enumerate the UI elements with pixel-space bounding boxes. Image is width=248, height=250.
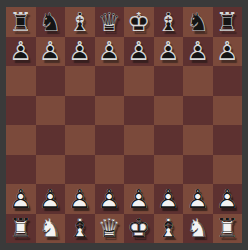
piece-outline-glyph: ♙ xyxy=(124,37,154,67)
square-e2[interactable]: ♟♙ xyxy=(124,184,154,214)
piece-white-rook[interactable]: ♜♖ xyxy=(6,214,36,244)
square-a1[interactable]: ♜♖ xyxy=(6,214,36,244)
piece-black-pawn[interactable]: ♟♙ xyxy=(6,37,36,67)
piece-outline-glyph: ♖ xyxy=(213,214,243,244)
square-f1[interactable]: ♝♗ xyxy=(154,214,184,244)
square-f6[interactable] xyxy=(154,66,184,96)
piece-outline-glyph: ♙ xyxy=(6,37,36,67)
square-h3[interactable] xyxy=(213,155,243,185)
piece-black-pawn[interactable]: ♟♙ xyxy=(65,37,95,67)
piece-outline-glyph: ♔ xyxy=(124,214,154,244)
square-a2[interactable]: ♟♙ xyxy=(6,184,36,214)
square-h8[interactable]: ♜♖ xyxy=(213,7,243,37)
piece-outline-glyph: ♙ xyxy=(154,184,184,214)
piece-white-pawn[interactable]: ♟♙ xyxy=(95,184,125,214)
square-c1[interactable]: ♝♗ xyxy=(65,214,95,244)
square-b8[interactable]: ♞♘ xyxy=(36,7,66,37)
piece-outline-glyph: ♙ xyxy=(124,184,154,214)
piece-white-pawn[interactable]: ♟♙ xyxy=(6,184,36,214)
piece-black-rook[interactable]: ♜♖ xyxy=(213,7,243,37)
piece-outline-glyph: ♙ xyxy=(183,184,213,214)
piece-outline-glyph: ♘ xyxy=(183,214,213,244)
piece-black-pawn[interactable]: ♟♙ xyxy=(154,37,184,67)
square-e5[interactable] xyxy=(124,96,154,126)
square-g1[interactable]: ♞♘ xyxy=(183,214,213,244)
square-c2[interactable]: ♟♙ xyxy=(65,184,95,214)
square-e4[interactable] xyxy=(124,125,154,155)
square-g6[interactable] xyxy=(183,66,213,96)
square-b5[interactable] xyxy=(36,96,66,126)
square-e1[interactable]: ♚♔ xyxy=(124,214,154,244)
piece-outline-glyph: ♙ xyxy=(213,37,243,67)
piece-black-knight[interactable]: ♞♘ xyxy=(183,7,213,37)
square-b7[interactable]: ♟♙ xyxy=(36,37,66,67)
square-a7[interactable]: ♟♙ xyxy=(6,37,36,67)
square-g2[interactable]: ♟♙ xyxy=(183,184,213,214)
square-d8[interactable]: ♛♕ xyxy=(95,7,125,37)
piece-black-king[interactable]: ♚♔ xyxy=(124,7,154,37)
piece-outline-glyph: ♖ xyxy=(213,7,243,37)
square-d2[interactable]: ♟♙ xyxy=(95,184,125,214)
square-f4[interactable] xyxy=(154,125,184,155)
piece-black-queen[interactable]: ♛♕ xyxy=(95,7,125,37)
piece-white-pawn[interactable]: ♟♙ xyxy=(124,184,154,214)
piece-outline-glyph: ♙ xyxy=(65,37,95,67)
piece-outline-glyph: ♘ xyxy=(36,214,66,244)
square-a4[interactable] xyxy=(6,125,36,155)
square-c6[interactable] xyxy=(65,66,95,96)
piece-outline-glyph: ♕ xyxy=(95,7,125,37)
piece-white-pawn[interactable]: ♟♙ xyxy=(36,184,66,214)
piece-black-rook[interactable]: ♜♖ xyxy=(6,7,36,37)
piece-white-king[interactable]: ♚♔ xyxy=(124,214,154,244)
piece-black-pawn[interactable]: ♟♙ xyxy=(95,37,125,67)
square-a8[interactable]: ♜♖ xyxy=(6,7,36,37)
square-b3[interactable] xyxy=(36,155,66,185)
square-f2[interactable]: ♟♙ xyxy=(154,184,184,214)
square-h7[interactable]: ♟♙ xyxy=(213,37,243,67)
square-b6[interactable] xyxy=(36,66,66,96)
square-b2[interactable]: ♟♙ xyxy=(36,184,66,214)
square-c3[interactable] xyxy=(65,155,95,185)
piece-outline-glyph: ♙ xyxy=(95,37,125,67)
square-e6[interactable] xyxy=(124,66,154,96)
piece-outline-glyph: ♗ xyxy=(154,214,184,244)
piece-outline-glyph: ♖ xyxy=(6,7,36,37)
square-a3[interactable] xyxy=(6,155,36,185)
square-c4[interactable] xyxy=(65,125,95,155)
piece-black-bishop[interactable]: ♝♗ xyxy=(65,7,95,37)
chess-board: ♜♖♞♘♝♗♛♕♚♔♝♗♞♘♜♖♟♙♟♙♟♙♟♙♟♙♟♙♟♙♟♙♟♙♟♙♟♙♟♙… xyxy=(6,7,242,243)
piece-white-queen[interactable]: ♛♕ xyxy=(95,214,125,244)
piece-white-pawn[interactable]: ♟♙ xyxy=(183,184,213,214)
piece-outline-glyph: ♗ xyxy=(154,7,184,37)
piece-white-bishop[interactable]: ♝♗ xyxy=(154,214,184,244)
square-a6[interactable] xyxy=(6,66,36,96)
square-d3[interactable] xyxy=(95,155,125,185)
piece-black-pawn[interactable]: ♟♙ xyxy=(124,37,154,67)
square-h6[interactable] xyxy=(213,66,243,96)
square-d6[interactable] xyxy=(95,66,125,96)
piece-black-bishop[interactable]: ♝♗ xyxy=(154,7,184,37)
piece-outline-glyph: ♘ xyxy=(36,7,66,37)
square-h4[interactable] xyxy=(213,125,243,155)
piece-outline-glyph: ♙ xyxy=(65,184,95,214)
piece-white-pawn[interactable]: ♟♙ xyxy=(154,184,184,214)
piece-outline-glyph: ♙ xyxy=(36,184,66,214)
square-h2[interactable]: ♟♙ xyxy=(213,184,243,214)
square-h5[interactable] xyxy=(213,96,243,126)
square-f5[interactable] xyxy=(154,96,184,126)
piece-black-pawn[interactable]: ♟♙ xyxy=(213,37,243,67)
piece-white-pawn[interactable]: ♟♙ xyxy=(213,184,243,214)
piece-outline-glyph: ♙ xyxy=(213,184,243,214)
piece-outline-glyph: ♗ xyxy=(65,7,95,37)
square-g7[interactable]: ♟♙ xyxy=(183,37,213,67)
piece-white-knight[interactable]: ♞♘ xyxy=(183,214,213,244)
piece-outline-glyph: ♖ xyxy=(6,214,36,244)
square-d1[interactable]: ♛♕ xyxy=(95,214,125,244)
piece-white-pawn[interactable]: ♟♙ xyxy=(65,184,95,214)
piece-outline-glyph: ♗ xyxy=(65,214,95,244)
square-f3[interactable] xyxy=(154,155,184,185)
square-b1[interactable]: ♞♘ xyxy=(36,214,66,244)
square-e3[interactable] xyxy=(124,155,154,185)
piece-outline-glyph: ♘ xyxy=(183,7,213,37)
square-d7[interactable]: ♟♙ xyxy=(95,37,125,67)
square-f8[interactable]: ♝♗ xyxy=(154,7,184,37)
square-e8[interactable]: ♚♔ xyxy=(124,7,154,37)
piece-black-pawn[interactable]: ♟♙ xyxy=(36,37,66,67)
square-d5[interactable] xyxy=(95,96,125,126)
piece-outline-glyph: ♙ xyxy=(183,37,213,67)
square-g8[interactable]: ♞♘ xyxy=(183,7,213,37)
square-b4[interactable] xyxy=(36,125,66,155)
piece-black-knight[interactable]: ♞♘ xyxy=(36,7,66,37)
piece-outline-glyph: ♙ xyxy=(36,37,66,67)
piece-white-bishop[interactable]: ♝♗ xyxy=(65,214,95,244)
piece-outline-glyph: ♔ xyxy=(124,7,154,37)
board-frame: ♜♖♞♘♝♗♛♕♚♔♝♗♞♘♜♖♟♙♟♙♟♙♟♙♟♙♟♙♟♙♟♙♟♙♟♙♟♙♟♙… xyxy=(0,0,248,250)
square-a5[interactable] xyxy=(6,96,36,126)
piece-outline-glyph: ♙ xyxy=(6,184,36,214)
square-d4[interactable] xyxy=(95,125,125,155)
square-c7[interactable]: ♟♙ xyxy=(65,37,95,67)
piece-black-pawn[interactable]: ♟♙ xyxy=(183,37,213,67)
square-h1[interactable]: ♜♖ xyxy=(213,214,243,244)
square-c8[interactable]: ♝♗ xyxy=(65,7,95,37)
piece-outline-glyph: ♙ xyxy=(95,184,125,214)
square-g4[interactable] xyxy=(183,125,213,155)
square-e7[interactable]: ♟♙ xyxy=(124,37,154,67)
piece-outline-glyph: ♕ xyxy=(95,214,125,244)
piece-outline-glyph: ♙ xyxy=(154,37,184,67)
piece-white-rook[interactable]: ♜♖ xyxy=(213,214,243,244)
piece-white-knight[interactable]: ♞♘ xyxy=(36,214,66,244)
square-g5[interactable] xyxy=(183,96,213,126)
square-g3[interactable] xyxy=(183,155,213,185)
square-f7[interactable]: ♟♙ xyxy=(154,37,184,67)
square-c5[interactable] xyxy=(65,96,95,126)
